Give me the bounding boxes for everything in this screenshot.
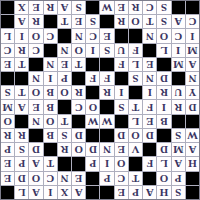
letter-cell: P (101, 172, 114, 185)
crossword-board: SHAPEAXIALPOTCPENCODEHALFOIPTAPEAMDVENDO… (0, 0, 200, 200)
letter-cell: L (15, 186, 28, 199)
letter-cell: T (58, 115, 71, 128)
letter-cell: E (72, 172, 85, 185)
letter-cell: T (44, 157, 57, 170)
letter-cell: D (186, 101, 199, 114)
letter-cell: M (172, 58, 185, 71)
black-cell (186, 172, 199, 185)
letter-cell: R (72, 86, 85, 99)
letter-cell: T (72, 58, 85, 71)
black-cell (72, 115, 85, 128)
letter-cell: O (58, 86, 71, 99)
black-cell (86, 129, 99, 142)
letter-cell: O (157, 172, 170, 185)
letter-cell: D (86, 143, 99, 156)
letter-cell: T (15, 86, 28, 99)
black-cell (143, 44, 156, 57)
letter-cell: P (15, 157, 28, 170)
letter-cell: S (115, 101, 128, 114)
letter-cell: N (143, 72, 156, 85)
black-cell (86, 86, 99, 99)
letter-cell: C (86, 29, 99, 42)
letter-cell: F (101, 72, 114, 85)
black-cell (157, 58, 170, 71)
black-cell (15, 72, 28, 85)
letter-cell: B (157, 115, 170, 128)
letter-cell: S (172, 129, 185, 142)
letter-cell: A (58, 1, 71, 14)
letter-cell: A (15, 101, 28, 114)
letter-cell: E (143, 58, 156, 71)
letter-cell: S (172, 186, 185, 199)
black-cell (86, 172, 99, 185)
letter-cell: C (44, 172, 57, 185)
black-cell (186, 1, 199, 14)
letter-cell: X (58, 186, 71, 199)
letter-cell: A (72, 186, 85, 199)
letter-cell: E (72, 15, 85, 28)
black-cell (86, 58, 99, 71)
letter-cell: A (172, 157, 185, 170)
letter-cell: E (58, 58, 71, 71)
letter-cell: A (29, 186, 42, 199)
letter-cell: U (115, 44, 128, 57)
letter-cell: F (143, 101, 156, 114)
letter-cell: A (15, 15, 28, 28)
letter-cell: P (129, 186, 142, 199)
letter-cell: D (72, 129, 85, 142)
letter-cell: B (44, 101, 57, 114)
black-cell (44, 44, 57, 57)
letter-cell: T (129, 172, 142, 185)
black-cell (186, 186, 199, 199)
letter-cell: R (1, 129, 14, 142)
letter-cell: I (44, 186, 57, 199)
black-cell (29, 58, 42, 71)
letter-cell: R (58, 143, 71, 156)
black-cell (172, 1, 185, 14)
letter-cell: O (129, 15, 142, 28)
letter-cell: W (101, 1, 114, 14)
letter-cell: R (172, 101, 185, 114)
letter-cell: M (186, 44, 199, 57)
letter-cell: C (29, 44, 42, 57)
letter-cell: D (157, 72, 170, 85)
letter-cell: O (44, 115, 57, 128)
black-cell (101, 15, 114, 28)
letter-cell: I (86, 44, 99, 57)
letter-cell: S (86, 15, 99, 28)
letter-cell: T (143, 15, 156, 28)
letter-cell: E (1, 172, 14, 185)
letter-cell: E (143, 115, 156, 128)
letter-cell: A (29, 157, 42, 170)
letter-cell: F (86, 72, 99, 85)
letter-cell: F (143, 157, 156, 170)
letter-cell: P (172, 172, 185, 185)
black-cell (129, 29, 142, 42)
letter-cell: M (172, 143, 185, 156)
black-cell (86, 1, 99, 14)
letter-cell: S (72, 1, 85, 14)
letter-cell: P (1, 143, 14, 156)
letter-cell: L (129, 58, 142, 71)
letter-cell: R (129, 1, 142, 14)
letter-cell: O (115, 157, 128, 170)
black-cell (101, 186, 114, 199)
letter-cell: O (72, 143, 85, 156)
black-cell (143, 172, 156, 185)
black-cell (172, 115, 185, 128)
black-cell (72, 72, 85, 85)
black-cell (29, 129, 42, 142)
letter-cell: P (58, 72, 71, 85)
letter-cell: N (72, 29, 85, 42)
letter-cell: N (58, 172, 71, 185)
letter-cell: E (1, 157, 14, 170)
letter-cell: O (72, 44, 85, 57)
letter-cell: S (58, 129, 71, 142)
letter-cell: A (172, 15, 185, 28)
letter-cell: T (129, 101, 142, 114)
letter-cell: R (15, 44, 28, 57)
letter-cell: P (86, 157, 99, 170)
black-cell (143, 143, 156, 156)
letter-cell: R (157, 86, 170, 99)
letter-cell: O (29, 172, 42, 185)
letter-cell: N (186, 72, 199, 85)
black-cell (86, 186, 99, 199)
letter-cell: C (44, 29, 57, 42)
letter-cell: M (1, 101, 14, 114)
letter-cell: S (157, 1, 170, 14)
letter-cell: E (115, 143, 128, 156)
letter-cell: R (44, 1, 57, 14)
letter-cell: O (1, 115, 14, 128)
black-cell (58, 29, 71, 42)
letter-cell: I (115, 86, 128, 99)
black-cell (15, 115, 28, 128)
black-cell (58, 157, 71, 170)
letter-cell: D (15, 172, 28, 185)
black-cell (172, 72, 185, 85)
letter-cell: F (129, 44, 142, 57)
letter-cell: F (115, 58, 128, 71)
letter-cell: B (44, 129, 57, 142)
letter-cell: L (157, 157, 170, 170)
letter-cell: I (172, 44, 185, 57)
letter-cell: A (186, 143, 199, 156)
letter-cell: N (44, 58, 57, 71)
letter-cell: S (15, 143, 28, 156)
black-cell (1, 1, 14, 14)
black-cell (101, 101, 114, 114)
letter-cell: I (157, 101, 170, 114)
letter-cell: W (86, 115, 99, 128)
letter-cell: T (15, 58, 28, 71)
letter-cell: C (186, 15, 199, 28)
black-cell (115, 72, 128, 85)
letter-cell: L (157, 44, 170, 57)
letter-cell: R (29, 15, 42, 28)
letter-cell: D (143, 129, 156, 142)
letter-cell: S (1, 86, 14, 99)
letter-cell: E (115, 1, 128, 14)
letter-cell: X (15, 1, 28, 14)
letter-cell: N (58, 44, 71, 57)
letter-cell: O (29, 29, 42, 42)
letter-cell: N (29, 72, 42, 85)
letter-cell: O (157, 29, 170, 42)
letter-cell: N (29, 115, 42, 128)
letter-cell: U (172, 86, 185, 99)
black-cell (1, 186, 14, 199)
crossword-image: SHAPEAXIALPOTCPENCODEHALFOIPTAPEAMDVENDO… (0, 0, 200, 200)
black-cell (101, 58, 114, 71)
letter-cell: R (15, 129, 28, 142)
black-cell (58, 101, 71, 114)
letter-cell: N (143, 29, 156, 42)
letter-cell: E (29, 1, 42, 14)
black-cell (72, 157, 85, 170)
letter-cell: N (101, 143, 114, 156)
black-cell (129, 157, 142, 170)
letter-cell: H (186, 157, 199, 170)
letter-cell: S (129, 72, 142, 85)
black-cell (157, 129, 170, 142)
letter-cell: L (129, 115, 142, 128)
black-cell (186, 115, 199, 128)
black-cell (115, 115, 128, 128)
black-cell (44, 143, 57, 156)
letter-cell: C (1, 44, 14, 57)
letter-cell: V (129, 143, 142, 156)
letter-cell: S (101, 44, 114, 57)
letter-cell: T (58, 15, 71, 28)
letter-cell: O (29, 86, 42, 99)
black-cell (101, 129, 114, 142)
letter-cell: E (115, 186, 128, 199)
letter-cell: E (29, 101, 42, 114)
black-cell (1, 72, 14, 85)
letter-cell: I (186, 29, 199, 42)
letter-cell: E (101, 29, 114, 42)
letter-cell: S (157, 15, 170, 28)
letter-cell: A (186, 58, 199, 71)
letter-cell: I (143, 86, 156, 99)
letter-cell: D (29, 143, 42, 156)
letter-cell: R (101, 86, 114, 99)
letter-cell: C (172, 29, 185, 42)
black-cell (44, 15, 57, 28)
letter-cell: H (157, 186, 170, 199)
letter-cell: I (101, 157, 114, 170)
letter-cell: E (1, 58, 14, 71)
black-cell (115, 29, 128, 42)
letter-cell: W (186, 129, 199, 142)
letter-cell: C (115, 172, 128, 185)
letter-cell: R (115, 15, 128, 28)
letter-cell: B (44, 86, 57, 99)
letter-cell: I (44, 72, 57, 85)
letter-cell: C (72, 101, 85, 114)
black-cell (129, 86, 142, 99)
letter-cell: W (101, 115, 114, 128)
letter-cell: L (1, 29, 14, 42)
letter-cell: Y (186, 86, 199, 99)
letter-cell: C (143, 1, 156, 14)
black-cell (1, 15, 14, 28)
letter-cell: D (157, 143, 170, 156)
letter-cell: I (15, 29, 28, 42)
letter-cell: A (143, 186, 156, 199)
letter-cell: O (129, 129, 142, 142)
letter-cell: D (115, 129, 128, 142)
letter-cell: O (86, 101, 99, 114)
